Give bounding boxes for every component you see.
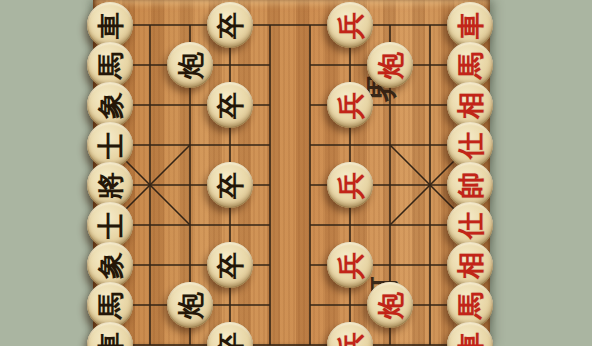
black-horse-glyph: 馬 bbox=[97, 52, 124, 79]
black-soldier-glyph: 卒 bbox=[217, 252, 244, 279]
red-horse-glyph: 馬 bbox=[457, 52, 484, 79]
piece-black-cannon[interactable]: 炮 bbox=[167, 282, 213, 328]
black-elephant-glyph: 象 bbox=[97, 92, 124, 119]
red-chariot-glyph: 車 bbox=[457, 332, 484, 346]
piece-red-soldier[interactable]: 兵 bbox=[327, 162, 373, 208]
piece-red-soldier[interactable]: 兵 bbox=[327, 242, 373, 288]
red-horse-glyph: 馬 bbox=[457, 292, 484, 319]
red-cannon-glyph: 炮 bbox=[377, 52, 404, 79]
black-chariot-glyph: 車 bbox=[97, 12, 124, 39]
black-soldier-glyph: 卒 bbox=[217, 12, 244, 39]
red-elephant-glyph: 相 bbox=[457, 92, 484, 119]
red-chariot-glyph: 車 bbox=[457, 12, 484, 39]
black-soldier-glyph: 卒 bbox=[217, 172, 244, 199]
red-elephant-glyph: 相 bbox=[457, 252, 484, 279]
red-cannon-glyph: 炮 bbox=[377, 292, 404, 319]
black-elephant-glyph: 象 bbox=[97, 252, 124, 279]
red-soldier-glyph: 兵 bbox=[337, 172, 364, 199]
black-cannon-glyph: 炮 bbox=[177, 52, 204, 79]
black-soldier-glyph: 卒 bbox=[217, 332, 244, 346]
xiangqi-board: 界河車馬象士將士象馬車炮炮卒卒卒卒卒兵兵兵兵兵炮炮車馬相仕帥仕相馬車 bbox=[93, 0, 490, 346]
piece-red-cannon[interactable]: 炮 bbox=[367, 42, 413, 88]
photo-background: 界河車馬象士將士象馬車炮炮卒卒卒卒卒兵兵兵兵兵炮炮車馬相仕帥仕相馬車 bbox=[0, 0, 592, 346]
black-advisor-glyph: 士 bbox=[97, 212, 124, 239]
red-soldier-glyph: 兵 bbox=[337, 252, 364, 279]
red-advisor-glyph: 仕 bbox=[457, 212, 484, 239]
piece-red-soldier[interactable]: 兵 bbox=[327, 2, 373, 48]
board-grid-lines bbox=[93, 0, 490, 346]
red-soldier-glyph: 兵 bbox=[337, 12, 364, 39]
piece-black-soldier[interactable]: 卒 bbox=[207, 242, 253, 288]
red-soldier-glyph: 兵 bbox=[337, 332, 364, 346]
piece-black-soldier[interactable]: 卒 bbox=[207, 2, 253, 48]
black-chariot-glyph: 車 bbox=[97, 332, 124, 346]
piece-red-soldier[interactable]: 兵 bbox=[327, 82, 373, 128]
black-advisor-glyph: 士 bbox=[97, 132, 124, 159]
piece-red-cannon[interactable]: 炮 bbox=[367, 282, 413, 328]
black-cannon-glyph: 炮 bbox=[177, 292, 204, 319]
piece-black-cannon[interactable]: 炮 bbox=[167, 42, 213, 88]
red-advisor-glyph: 仕 bbox=[457, 132, 484, 159]
piece-black-soldier[interactable]: 卒 bbox=[207, 162, 253, 208]
red-soldier-glyph: 兵 bbox=[337, 92, 364, 119]
black-general-glyph: 將 bbox=[97, 172, 124, 199]
black-horse-glyph: 馬 bbox=[97, 292, 124, 319]
red-general-glyph: 帥 bbox=[457, 172, 484, 199]
black-soldier-glyph: 卒 bbox=[217, 92, 244, 119]
piece-black-soldier[interactable]: 卒 bbox=[207, 82, 253, 128]
